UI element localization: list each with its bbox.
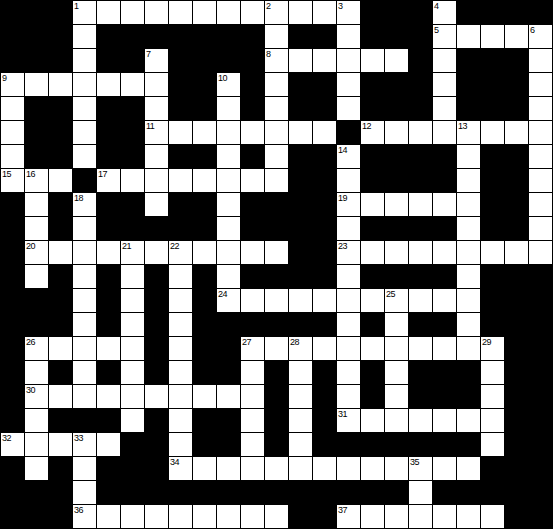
white-cell[interactable]: 27 [241,337,264,360]
white-cell[interactable]: 25 [385,289,408,312]
white-cell[interactable] [1,97,24,120]
white-cell[interactable] [1,145,24,168]
white-cell[interactable] [169,361,192,384]
white-cell[interactable] [145,193,168,216]
white-cell[interactable] [337,97,360,120]
white-cell[interactable] [217,217,240,240]
white-cell[interactable] [529,193,552,216]
white-cell[interactable] [361,193,384,216]
white-cell[interactable] [313,1,336,24]
white-cell[interactable] [505,241,528,264]
white-cell[interactable] [385,121,408,144]
white-cell[interactable]: 22 [169,241,192,264]
black-cell [97,217,120,240]
white-cell[interactable] [385,337,408,360]
white-cell[interactable]: 23 [337,241,360,264]
black-cell [265,385,288,408]
white-cell[interactable] [361,409,384,432]
white-cell[interactable]: 29 [481,337,504,360]
white-cell[interactable]: 14 [337,145,360,168]
white-cell[interactable] [409,481,432,504]
white-cell[interactable] [193,505,216,528]
white-cell[interactable] [217,265,240,288]
black-cell [121,121,144,144]
white-cell[interactable] [145,241,168,264]
white-cell[interactable] [73,49,96,72]
black-cell [1,385,24,408]
white-cell[interactable] [361,505,384,528]
white-cell[interactable] [481,241,504,264]
white-cell[interactable] [289,457,312,480]
white-cell[interactable] [145,169,168,192]
white-cell[interactable] [433,121,456,144]
white-cell[interactable] [241,241,264,264]
white-cell[interactable] [217,193,240,216]
white-cell[interactable] [409,121,432,144]
white-cell[interactable] [169,121,192,144]
black-cell [145,313,168,336]
white-cell[interactable] [265,169,288,192]
white-cell[interactable] [73,145,96,168]
white-cell[interactable] [145,1,168,24]
white-cell[interactable] [193,169,216,192]
white-cell[interactable]: 7 [145,49,168,72]
white-cell[interactable] [433,193,456,216]
white-cell[interactable] [73,241,96,264]
black-cell [361,313,384,336]
white-cell[interactable] [337,337,360,360]
white-cell[interactable] [457,265,480,288]
white-cell[interactable] [481,121,504,144]
white-cell[interactable] [217,505,240,528]
white-cell[interactable] [241,409,264,432]
white-cell[interactable] [337,361,360,384]
white-cell[interactable] [289,289,312,312]
black-cell [529,361,552,384]
white-cell[interactable] [457,409,480,432]
white-cell[interactable] [217,121,240,144]
white-cell[interactable] [241,457,264,480]
white-cell[interactable] [457,337,480,360]
white-cell[interactable] [385,505,408,528]
white-cell[interactable] [409,337,432,360]
black-cell [49,1,72,24]
white-cell[interactable]: 1 [73,1,96,24]
white-cell[interactable] [25,409,48,432]
black-cell [289,145,312,168]
white-cell[interactable] [289,121,312,144]
white-cell[interactable] [433,337,456,360]
white-cell[interactable] [49,385,72,408]
white-cell[interactable] [409,289,432,312]
white-cell[interactable]: 13 [457,121,480,144]
white-cell[interactable] [529,73,552,96]
white-cell[interactable] [313,337,336,360]
white-cell[interactable] [121,289,144,312]
white-cell[interactable] [457,289,480,312]
white-cell[interactable] [265,73,288,96]
white-cell[interactable] [169,337,192,360]
white-cell[interactable] [289,1,312,24]
black-cell [433,481,456,504]
white-cell[interactable] [361,457,384,480]
white-cell[interactable] [121,409,144,432]
white-cell[interactable] [529,217,552,240]
white-cell[interactable] [385,385,408,408]
white-cell[interactable] [97,505,120,528]
white-cell[interactable] [121,505,144,528]
white-cell[interactable] [385,49,408,72]
black-cell [289,169,312,192]
white-cell[interactable] [193,121,216,144]
white-cell[interactable] [337,169,360,192]
white-cell[interactable] [529,49,552,72]
white-cell[interactable] [193,385,216,408]
white-cell[interactable] [121,265,144,288]
white-cell[interactable] [385,241,408,264]
black-cell [145,25,168,48]
black-cell [409,385,432,408]
white-cell[interactable] [337,457,360,480]
white-cell[interactable] [217,97,240,120]
white-cell[interactable] [49,433,72,456]
white-cell[interactable] [457,313,480,336]
white-cell[interactable] [265,241,288,264]
white-cell[interactable] [241,505,264,528]
white-cell[interactable]: 26 [25,337,48,360]
black-cell [49,217,72,240]
white-cell[interactable] [337,49,360,72]
white-cell[interactable]: 5 [433,25,456,48]
white-cell[interactable] [457,25,480,48]
white-cell[interactable] [481,361,504,384]
white-cell[interactable] [265,25,288,48]
white-cell[interactable] [217,457,240,480]
black-cell [193,289,216,312]
white-cell[interactable] [409,505,432,528]
black-cell [505,49,528,72]
white-cell[interactable] [457,457,480,480]
white-cell[interactable] [121,361,144,384]
white-cell[interactable] [433,97,456,120]
white-cell[interactable] [217,385,240,408]
white-cell[interactable]: 4 [433,1,456,24]
black-cell [97,361,120,384]
black-cell [313,73,336,96]
white-cell[interactable] [361,241,384,264]
white-cell[interactable] [385,457,408,480]
white-cell[interactable] [121,313,144,336]
black-cell [49,25,72,48]
white-cell[interactable] [433,457,456,480]
white-cell[interactable] [25,433,48,456]
white-cell[interactable] [145,145,168,168]
white-cell[interactable] [25,457,48,480]
white-cell[interactable] [457,145,480,168]
white-cell[interactable] [481,25,504,48]
white-cell[interactable] [289,409,312,432]
white-cell[interactable]: 32 [1,433,24,456]
black-cell [529,313,552,336]
white-cell[interactable] [481,433,504,456]
white-cell[interactable] [457,169,480,192]
white-cell[interactable]: 31 [337,409,360,432]
white-cell[interactable] [121,385,144,408]
white-cell[interactable]: 18 [73,193,96,216]
white-cell[interactable] [73,289,96,312]
black-cell [289,97,312,120]
white-cell[interactable] [73,73,96,96]
white-cell[interactable] [25,217,48,240]
white-cell[interactable]: 12 [361,121,384,144]
white-cell[interactable] [457,193,480,216]
white-cell[interactable]: 35 [409,457,432,480]
white-cell[interactable] [73,457,96,480]
white-cell[interactable] [73,337,96,360]
white-cell[interactable] [97,241,120,264]
white-cell[interactable] [337,289,360,312]
white-cell[interactable] [73,265,96,288]
black-cell [1,25,24,48]
white-cell[interactable] [73,481,96,504]
white-cell[interactable] [49,73,72,96]
white-cell[interactable] [73,217,96,240]
white-cell[interactable] [481,505,504,528]
black-cell [25,505,48,528]
white-cell[interactable] [241,385,264,408]
white-cell[interactable] [265,457,288,480]
white-cell[interactable] [169,385,192,408]
black-cell [313,193,336,216]
white-cell[interactable] [241,289,264,312]
clue-number: 26 [26,337,35,347]
white-cell[interactable] [193,1,216,24]
white-cell[interactable]: 37 [337,505,360,528]
black-cell [193,49,216,72]
white-cell[interactable] [73,385,96,408]
white-cell[interactable]: 19 [337,193,360,216]
white-cell[interactable] [313,457,336,480]
black-cell [337,481,360,504]
white-cell[interactable]: 30 [25,385,48,408]
white-cell[interactable] [265,145,288,168]
white-cell[interactable] [97,73,120,96]
white-cell[interactable] [529,121,552,144]
white-cell[interactable] [409,193,432,216]
white-cell[interactable] [25,265,48,288]
white-cell[interactable] [217,241,240,264]
white-cell[interactable] [73,25,96,48]
white-cell[interactable] [193,241,216,264]
white-cell[interactable] [145,385,168,408]
white-cell[interactable]: 9 [1,73,24,96]
white-cell[interactable] [169,289,192,312]
white-cell[interactable] [313,289,336,312]
white-cell[interactable] [73,121,96,144]
white-cell[interactable] [433,289,456,312]
white-cell[interactable]: 10 [217,73,240,96]
white-cell[interactable] [289,385,312,408]
black-cell [529,457,552,480]
black-cell [529,289,552,312]
white-cell[interactable] [217,169,240,192]
black-cell [505,97,528,120]
white-cell[interactable] [409,241,432,264]
white-cell[interactable] [289,49,312,72]
white-cell[interactable]: 28 [289,337,312,360]
black-cell [241,265,264,288]
white-cell[interactable] [49,241,72,264]
white-cell[interactable]: 11 [145,121,168,144]
white-cell[interactable] [25,361,48,384]
white-cell[interactable] [97,1,120,24]
white-cell[interactable] [433,49,456,72]
white-cell[interactable] [337,73,360,96]
white-cell[interactable] [193,457,216,480]
white-cell[interactable] [169,1,192,24]
black-cell [337,121,360,144]
white-cell[interactable] [241,121,264,144]
white-cell[interactable]: 8 [265,49,288,72]
white-cell[interactable]: 21 [121,241,144,264]
white-cell[interactable] [217,145,240,168]
white-cell[interactable] [505,121,528,144]
white-cell[interactable] [169,265,192,288]
white-cell[interactable] [337,217,360,240]
white-cell[interactable]: 3 [337,1,360,24]
black-cell [361,217,384,240]
white-cell[interactable] [73,97,96,120]
black-cell [25,289,48,312]
white-cell[interactable] [121,169,144,192]
white-cell[interactable] [49,169,72,192]
white-cell[interactable] [121,73,144,96]
black-cell [481,457,504,480]
white-cell[interactable] [337,265,360,288]
white-cell[interactable] [337,385,360,408]
white-cell[interactable] [241,361,264,384]
white-cell[interactable] [337,25,360,48]
white-cell[interactable] [265,337,288,360]
white-cell[interactable] [505,25,528,48]
white-cell[interactable] [121,337,144,360]
white-cell[interactable] [265,289,288,312]
white-cell[interactable] [529,241,552,264]
white-cell[interactable] [385,361,408,384]
white-cell[interactable] [385,313,408,336]
white-cell[interactable] [1,121,24,144]
white-cell[interactable] [49,337,72,360]
white-cell[interactable] [169,313,192,336]
white-cell[interactable] [457,241,480,264]
black-cell [97,49,120,72]
white-cell[interactable] [409,409,432,432]
white-cell[interactable] [97,433,120,456]
white-cell[interactable] [529,145,552,168]
white-cell[interactable]: 34 [169,457,192,480]
white-cell[interactable] [457,217,480,240]
white-cell[interactable] [169,505,192,528]
black-cell [73,409,96,432]
white-cell[interactable] [433,505,456,528]
white-cell[interactable] [25,73,48,96]
white-cell[interactable] [145,73,168,96]
white-cell[interactable] [529,97,552,120]
white-cell[interactable] [97,337,120,360]
white-cell[interactable]: 33 [73,433,96,456]
black-cell [409,73,432,96]
white-cell[interactable]: 17 [97,169,120,192]
black-cell [193,73,216,96]
white-cell[interactable] [457,505,480,528]
white-cell[interactable] [385,409,408,432]
white-cell[interactable]: 15 [1,169,24,192]
white-cell[interactable] [145,97,168,120]
white-cell[interactable]: 20 [25,241,48,264]
black-cell [289,265,312,288]
white-cell[interactable] [265,97,288,120]
black-cell [433,385,456,408]
white-cell[interactable] [169,169,192,192]
white-cell[interactable]: 16 [25,169,48,192]
white-cell[interactable] [241,169,264,192]
clue-number: 28 [290,337,299,347]
white-cell[interactable] [433,409,456,432]
white-cell[interactable] [121,1,144,24]
white-cell[interactable] [481,409,504,432]
white-cell[interactable] [433,73,456,96]
white-cell[interactable] [241,433,264,456]
black-cell [49,289,72,312]
white-cell[interactable] [385,193,408,216]
white-cell[interactable] [361,289,384,312]
white-cell[interactable] [217,1,240,24]
white-cell[interactable] [361,49,384,72]
white-cell[interactable]: 6 [529,25,552,48]
white-cell[interactable] [25,193,48,216]
white-cell[interactable] [289,361,312,384]
black-cell [193,265,216,288]
white-cell[interactable] [241,1,264,24]
white-cell[interactable] [73,361,96,384]
white-cell[interactable] [313,121,336,144]
black-cell [217,49,240,72]
white-cell[interactable] [97,385,120,408]
white-cell[interactable] [265,121,288,144]
white-cell[interactable] [169,433,192,456]
white-cell[interactable] [313,49,336,72]
white-cell[interactable]: 24 [217,289,240,312]
white-cell[interactable] [433,241,456,264]
white-cell[interactable] [73,313,96,336]
white-cell[interactable] [145,505,168,528]
white-cell[interactable] [337,313,360,336]
black-cell [49,145,72,168]
black-cell [193,409,216,432]
white-cell[interactable] [169,409,192,432]
white-cell[interactable] [361,337,384,360]
black-cell [409,145,432,168]
white-cell[interactable]: 36 [73,505,96,528]
black-cell [481,49,504,72]
white-cell[interactable] [289,433,312,456]
white-cell[interactable] [529,169,552,192]
white-cell[interactable] [481,385,504,408]
white-cell[interactable] [265,505,288,528]
black-cell [433,313,456,336]
black-cell [385,265,408,288]
white-cell[interactable]: 2 [265,1,288,24]
